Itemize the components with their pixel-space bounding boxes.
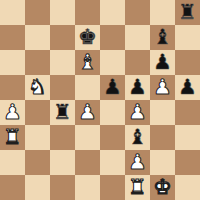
piece-black-pawn: ♟: [128, 75, 147, 100]
square-f5[interactable]: ♟: [125, 75, 150, 100]
piece-white-king: ♚: [153, 175, 172, 200]
square-f7[interactable]: [125, 25, 150, 50]
square-a3[interactable]: ♜: [0, 125, 25, 150]
square-g5[interactable]: ♟: [150, 75, 175, 100]
square-c5[interactable]: [50, 75, 75, 100]
piece-black-bishop: ♝: [153, 25, 172, 50]
square-d5[interactable]: [75, 75, 100, 100]
square-f1[interactable]: ♜: [125, 175, 150, 200]
square-d7[interactable]: ♚: [75, 25, 100, 50]
square-h1[interactable]: [175, 175, 200, 200]
square-h6[interactable]: [175, 50, 200, 75]
square-a4[interactable]: ♟: [0, 100, 25, 125]
square-c6[interactable]: [50, 50, 75, 75]
square-b4[interactable]: [25, 100, 50, 125]
square-e4[interactable]: [100, 100, 125, 125]
piece-white-pawn: ♟: [78, 100, 97, 125]
square-a5[interactable]: [0, 75, 25, 100]
square-g4[interactable]: [150, 100, 175, 125]
square-f4[interactable]: ♟: [125, 100, 150, 125]
square-d1[interactable]: [75, 175, 100, 200]
square-c4[interactable]: ♜: [50, 100, 75, 125]
square-b7[interactable]: [25, 25, 50, 50]
square-h7[interactable]: [175, 25, 200, 50]
piece-white-pawn: ♟: [153, 75, 172, 100]
square-c1[interactable]: [50, 175, 75, 200]
square-g8[interactable]: [150, 0, 175, 25]
square-e5[interactable]: ♟: [100, 75, 125, 100]
square-c8[interactable]: [50, 0, 75, 25]
square-a2[interactable]: [0, 150, 25, 175]
piece-black-pawn: ♟: [103, 75, 122, 100]
square-g1[interactable]: ♚: [150, 175, 175, 200]
square-e3[interactable]: [100, 125, 125, 150]
piece-white-pawn: ♟: [128, 100, 147, 125]
square-f3[interactable]: ♝: [125, 125, 150, 150]
square-b3[interactable]: [25, 125, 50, 150]
square-e8[interactable]: [100, 0, 125, 25]
piece-black-rook: ♜: [53, 100, 72, 125]
square-g7[interactable]: ♝: [150, 25, 175, 50]
square-a6[interactable]: [0, 50, 25, 75]
square-a1[interactable]: [0, 175, 25, 200]
square-b2[interactable]: [25, 150, 50, 175]
square-e6[interactable]: [100, 50, 125, 75]
square-c3[interactable]: [50, 125, 75, 150]
piece-white-rook: ♜: [128, 175, 147, 200]
piece-white-pawn: ♟: [128, 150, 147, 175]
square-f8[interactable]: [125, 0, 150, 25]
square-g6[interactable]: ♟: [150, 50, 175, 75]
piece-black-king: ♚: [78, 25, 97, 50]
square-e2[interactable]: [100, 150, 125, 175]
square-h2[interactable]: [175, 150, 200, 175]
square-b8[interactable]: [25, 0, 50, 25]
piece-black-bishop: ♝: [128, 125, 147, 150]
square-b5[interactable]: ♞: [25, 75, 50, 100]
square-h8[interactable]: ♜: [175, 0, 200, 25]
square-d2[interactable]: [75, 150, 100, 175]
square-g3[interactable]: [150, 125, 175, 150]
square-h3[interactable]: [175, 125, 200, 150]
piece-white-pawn: ♟: [3, 100, 22, 125]
square-b1[interactable]: [25, 175, 50, 200]
square-e7[interactable]: [100, 25, 125, 50]
piece-white-bishop: ♝: [78, 50, 97, 75]
square-c7[interactable]: [50, 25, 75, 50]
square-d4[interactable]: ♟: [75, 100, 100, 125]
square-h5[interactable]: ♟: [175, 75, 200, 100]
square-h4[interactable]: [175, 100, 200, 125]
piece-black-pawn: ♟: [178, 75, 197, 100]
square-d3[interactable]: [75, 125, 100, 150]
square-c2[interactable]: [50, 150, 75, 175]
square-f6[interactable]: [125, 50, 150, 75]
piece-black-pawn: ♟: [153, 50, 172, 75]
square-g2[interactable]: [150, 150, 175, 175]
piece-white-knight: ♞: [28, 75, 47, 100]
square-d6[interactable]: ♝: [75, 50, 100, 75]
piece-black-rook: ♜: [178, 0, 197, 25]
square-d8[interactable]: [75, 0, 100, 25]
square-a7[interactable]: [0, 25, 25, 50]
chess-board: ♜♚♝♝♟♞♟♟♟♟♟♜♟♟♜♝♟♜♚: [0, 0, 200, 200]
piece-white-rook: ♜: [3, 125, 22, 150]
square-e1[interactable]: [100, 175, 125, 200]
square-a8[interactable]: [0, 0, 25, 25]
square-b6[interactable]: [25, 50, 50, 75]
square-f2[interactable]: ♟: [125, 150, 150, 175]
